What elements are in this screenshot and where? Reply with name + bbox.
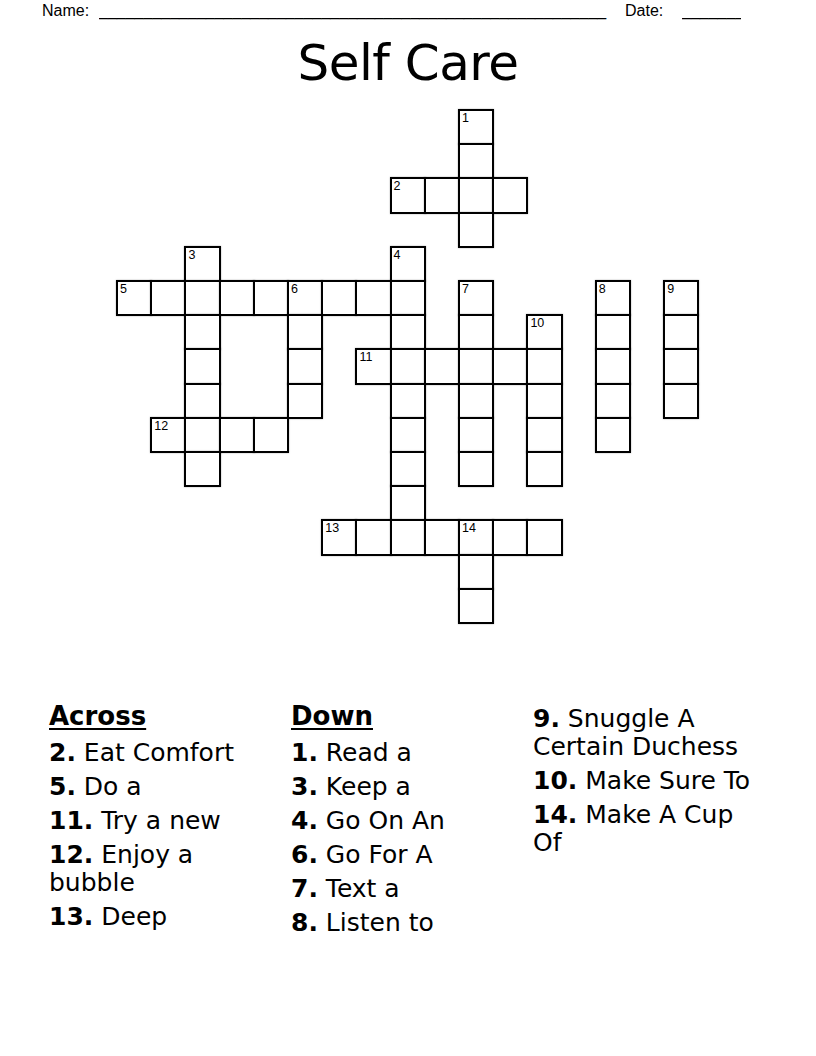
cell-number-6: 6: [291, 282, 298, 297]
clue-text-line: 13. Deep: [49, 903, 269, 931]
down-clues-column: Down 1. Read a3. Keep a4. Go On An6. Go …: [291, 702, 516, 943]
grid-cell-r6c14[interactable]: [595, 314, 631, 350]
clue-number: 4.: [291, 806, 318, 835]
grid-cell-r8c10[interactable]: [458, 383, 494, 419]
grid-cell-r4c2[interactable]: 3: [184, 246, 220, 282]
clue-text-line: Certain Duchess: [533, 733, 778, 761]
name-blank-line[interactable]: ________________________________________…: [99, 1, 607, 21]
grid-cell-r10c12[interactable]: [526, 451, 562, 487]
clue-text-line: 12. Enjoy a: [49, 841, 269, 869]
grid-cell-r2c10[interactable]: [458, 177, 494, 213]
grid-cell-r5c10[interactable]: 7: [458, 280, 494, 316]
grid-cell-r9c10[interactable]: [458, 417, 494, 453]
grid-cell-r8c8[interactable]: [390, 383, 426, 419]
down-clue-8: 8. Listen to: [291, 909, 516, 937]
clue-number: 10.: [533, 766, 577, 795]
grid-cell-r2c9[interactable]: [424, 177, 460, 213]
grid-cell-r8c16[interactable]: [663, 383, 699, 419]
down-clue-1: 1. Read a: [291, 739, 516, 767]
cell-number-10: 10: [530, 316, 544, 331]
grid-cell-r6c12[interactable]: 10: [526, 314, 562, 350]
grid-cell-r5c1[interactable]: [150, 280, 186, 316]
clue-number: 14.: [533, 800, 577, 829]
grid-cell-r7c5[interactable]: [287, 348, 323, 384]
grid-cell-r9c8[interactable]: [390, 417, 426, 453]
clue-text-line: 11. Try a new: [49, 807, 269, 835]
down-clues-continued-column: 9. Snuggle ACertain Duchess10. Make Sure…: [533, 705, 778, 863]
grid-cell-r12c6[interactable]: 13: [321, 519, 357, 555]
cell-number-1: 1: [462, 111, 469, 126]
grid-cell-r5c7[interactable]: [355, 280, 391, 316]
across-clue-2: 2. Eat Comfort: [49, 739, 269, 767]
across-heading: Across: [49, 702, 269, 731]
grid-cell-r5c14[interactable]: 8: [595, 280, 631, 316]
grid-cell-r7c7[interactable]: 11: [355, 348, 391, 384]
grid-cell-r9c3[interactable]: [219, 417, 255, 453]
grid-cell-r6c16[interactable]: [663, 314, 699, 350]
clue-text-line: 3. Keep a: [291, 773, 516, 801]
cell-number-12: 12: [154, 419, 168, 434]
clue-number: 3.: [291, 772, 318, 801]
grid-cell-r12c11[interactable]: [492, 519, 528, 555]
clue-number: 1.: [291, 738, 318, 767]
grid-cell-r2c11[interactable]: [492, 177, 528, 213]
date-blank-line[interactable]: _______: [682, 1, 741, 21]
grid-cell-r7c16[interactable]: [663, 348, 699, 384]
grid-cell-r6c10[interactable]: [458, 314, 494, 350]
grid-cell-r5c8[interactable]: [390, 280, 426, 316]
grid-cell-r12c8[interactable]: [390, 519, 426, 555]
clue-number: 11.: [49, 806, 93, 835]
grid-cell-r6c2[interactable]: [184, 314, 220, 350]
grid-cell-r11c8[interactable]: [390, 485, 426, 521]
clue-number: 6.: [291, 840, 318, 869]
grid-cell-r5c3[interactable]: [219, 280, 255, 316]
date-label: Date:: [625, 1, 663, 21]
grid-cell-r10c10[interactable]: [458, 451, 494, 487]
clue-number: 8.: [291, 908, 318, 937]
cell-number-2: 2: [394, 179, 401, 194]
down-clue-9: 9. Snuggle ACertain Duchess: [533, 705, 778, 761]
cell-number-11: 11: [359, 350, 372, 365]
down-clue-10: 10. Make Sure To: [533, 767, 778, 795]
grid-cell-r0c10[interactable]: 1: [458, 109, 494, 145]
grid-cell-r5c16[interactable]: 9: [663, 280, 699, 316]
across-clue-11: 11. Try a new: [49, 807, 269, 835]
grid-cell-r5c6[interactable]: [321, 280, 357, 316]
cell-number-13: 13: [325, 521, 339, 536]
grid-cell-r3c10[interactable]: [458, 212, 494, 248]
clue-text-line: 5. Do a: [49, 773, 269, 801]
grid-cell-r9c2[interactable]: [184, 417, 220, 453]
grid-cell-r7c10[interactable]: [458, 348, 494, 384]
across-clue-list: 2. Eat Comfort5. Do a11. Try a new12. En…: [49, 739, 269, 931]
across-clue-12: 12. Enjoy abubble: [49, 841, 269, 897]
grid-cell-r5c2[interactable]: [184, 280, 220, 316]
grid-cell-r10c8[interactable]: [390, 451, 426, 487]
cell-number-8: 8: [599, 282, 606, 297]
grid-cell-r9c14[interactable]: [595, 417, 631, 453]
down-clue-list: 1. Read a3. Keep a4. Go On An6. Go For A…: [291, 739, 516, 937]
puzzle-title: Self Care: [0, 36, 816, 90]
grid-cell-r6c8[interactable]: [390, 314, 426, 350]
cell-number-5: 5: [120, 282, 127, 297]
across-clue-13: 13. Deep: [49, 903, 269, 931]
grid-cell-r7c11[interactable]: [492, 348, 528, 384]
cell-number-3: 3: [188, 248, 195, 263]
grid-cell-r7c8[interactable]: [390, 348, 426, 384]
clue-text-line: 1. Read a: [291, 739, 516, 767]
grid-cell-r13c10[interactable]: [458, 554, 494, 590]
across-clues-column: Across 2. Eat Comfort5. Do a11. Try a ne…: [49, 702, 269, 937]
grid-cell-r7c12[interactable]: [526, 348, 562, 384]
cell-number-4: 4: [394, 248, 401, 263]
grid-cell-r6c5[interactable]: [287, 314, 323, 350]
clue-text-line: 8. Listen to: [291, 909, 516, 937]
grid-cell-r7c14[interactable]: [595, 348, 631, 384]
grid-cell-r2c8[interactable]: 2: [390, 177, 426, 213]
grid-cell-r12c12[interactable]: [526, 519, 562, 555]
down-clue-list-continued: 9. Snuggle ACertain Duchess10. Make Sure…: [533, 705, 778, 857]
grid-cell-r12c9[interactable]: [424, 519, 460, 555]
cell-number-7: 7: [462, 282, 469, 297]
across-clue-5: 5. Do a: [49, 773, 269, 801]
down-clue-4: 4. Go On An: [291, 807, 516, 835]
clue-text-line: 9. Snuggle A: [533, 705, 778, 733]
grid-cell-r12c7[interactable]: [355, 519, 391, 555]
clue-text-line: 4. Go On An: [291, 807, 516, 835]
grid-cell-r8c14[interactable]: [595, 383, 631, 419]
grid-cell-r9c12[interactable]: [526, 417, 562, 453]
grid-cell-r8c12[interactable]: [526, 383, 562, 419]
clue-text-line: Of: [533, 829, 778, 857]
clue-number: 2.: [49, 738, 76, 767]
clue-text-line: 6. Go For A: [291, 841, 516, 869]
clue-text-line: 2. Eat Comfort: [49, 739, 269, 767]
name-label: Name:: [42, 1, 89, 21]
grid-cell-r5c5[interactable]: 6: [287, 280, 323, 316]
clue-number: 5.: [49, 772, 76, 801]
grid-cell-r4c8[interactable]: 4: [390, 246, 426, 282]
grid-cell-r12c10[interactable]: 14: [458, 519, 494, 555]
grid-cell-r9c1[interactable]: 12: [150, 417, 186, 453]
grid-cell-r14c10[interactable]: [458, 588, 494, 624]
down-clue-7: 7. Text a: [291, 875, 516, 903]
clue-number: 12.: [49, 840, 93, 869]
clue-number: 7.: [291, 874, 318, 903]
grid-cell-r5c0[interactable]: 5: [116, 280, 152, 316]
clue-text-line: bubble: [49, 869, 269, 897]
clue-text-line: 14. Make A Cup: [533, 801, 778, 829]
clue-number: 9.: [533, 704, 560, 733]
cell-number-9: 9: [667, 282, 674, 297]
grid-cell-r8c5[interactable]: [287, 383, 323, 419]
grid-cell-r7c2[interactable]: [184, 348, 220, 384]
clue-text-line: 10. Make Sure To: [533, 767, 778, 795]
grid-cell-r8c2[interactable]: [184, 383, 220, 419]
down-clue-14: 14. Make A CupOf: [533, 801, 778, 857]
grid-cell-r10c2[interactable]: [184, 451, 220, 487]
crossword-grid: 1234567891011121314: [116, 109, 700, 625]
down-clue-6: 6. Go For A: [291, 841, 516, 869]
down-heading: Down: [291, 702, 516, 731]
cell-number-14: 14: [462, 521, 476, 536]
grid-cell-r9c4[interactable]: [253, 417, 289, 453]
grid-cell-r7c9[interactable]: [424, 348, 460, 384]
clue-text-line: 7. Text a: [291, 875, 516, 903]
clue-number: 13.: [49, 902, 93, 931]
grid-cell-r1c10[interactable]: [458, 143, 494, 179]
down-clue-3: 3. Keep a: [291, 773, 516, 801]
grid-cell-r5c4[interactable]: [253, 280, 289, 316]
